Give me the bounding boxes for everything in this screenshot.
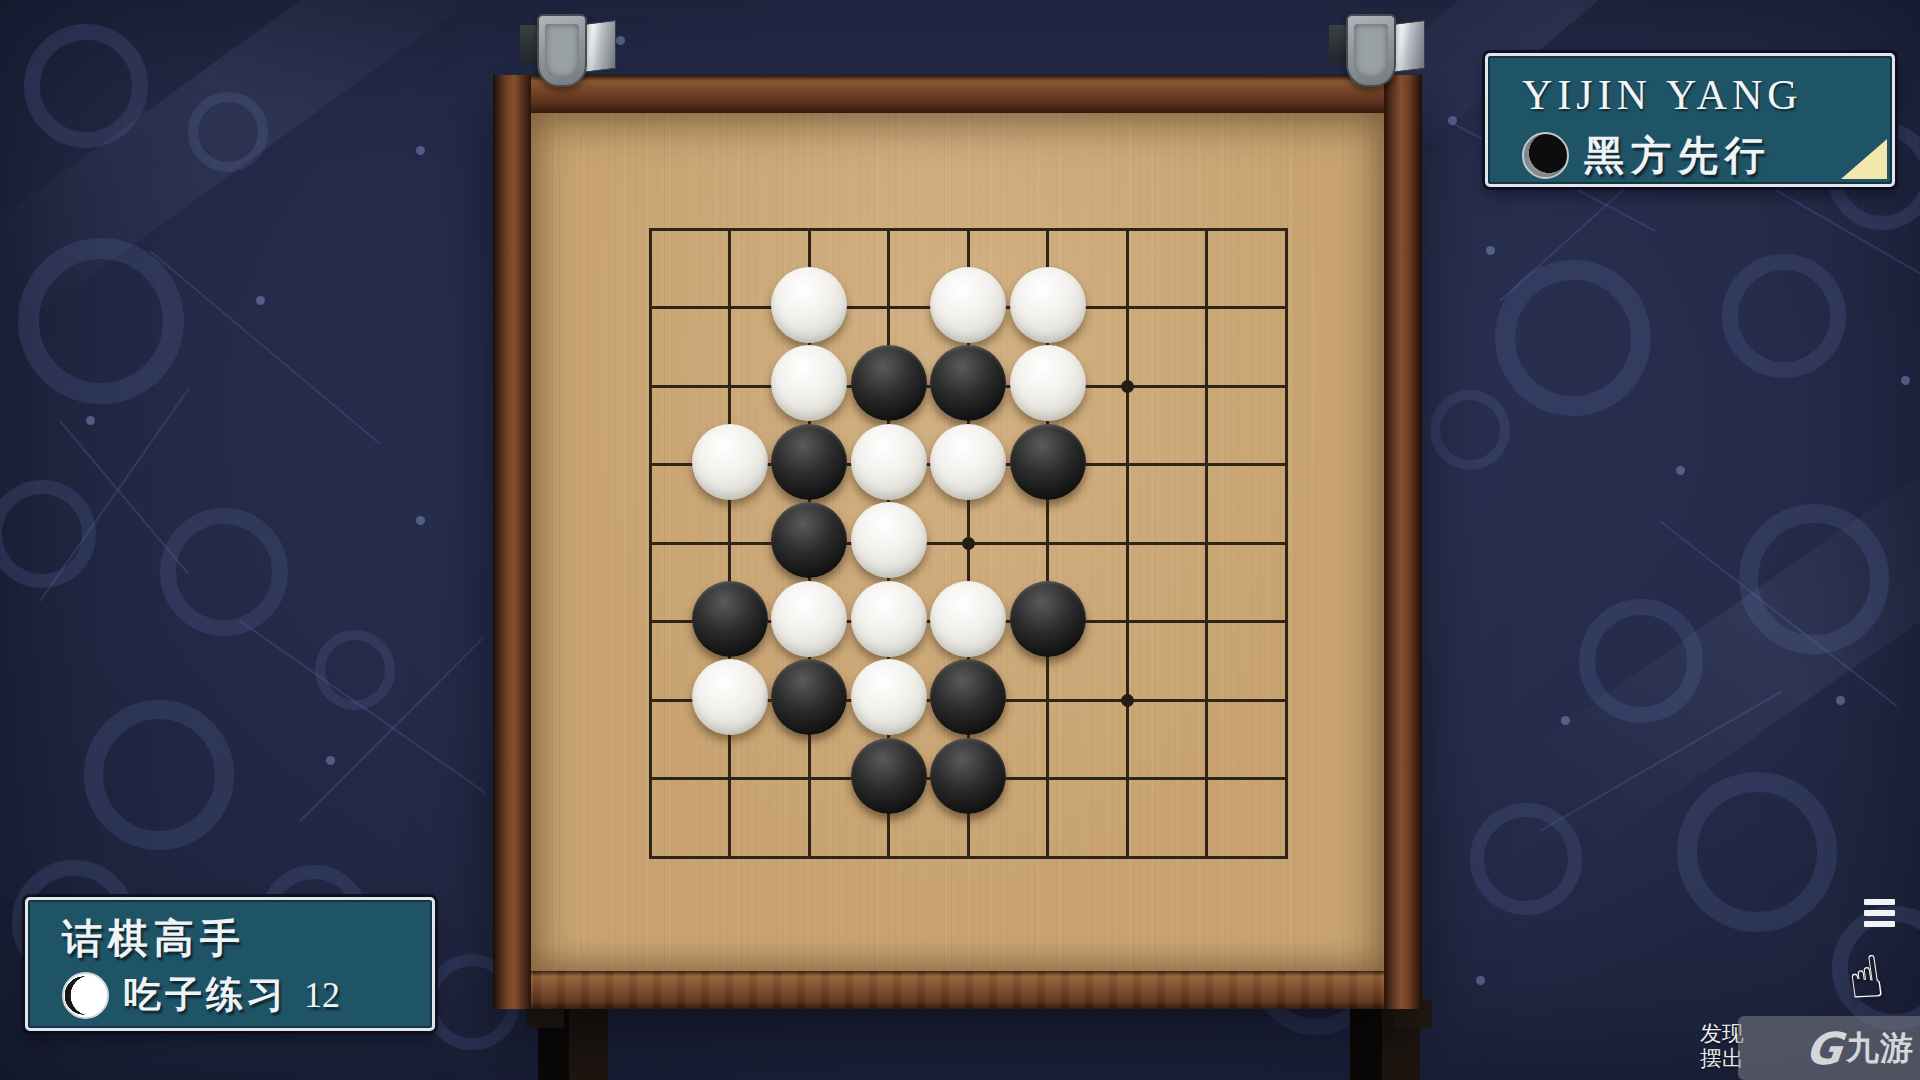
background-decoration — [1470, 803, 1582, 915]
background-decoration — [1561, 716, 1570, 725]
background-decoration — [59, 420, 189, 574]
black-stone — [1010, 581, 1086, 657]
background-decoration — [1677, 772, 1837, 932]
background-decoration — [1722, 254, 1846, 378]
background-decoration — [1526, 453, 1920, 850]
background-decoration — [149, 250, 380, 444]
background-decoration — [0, 480, 96, 588]
white-stone — [692, 659, 768, 735]
clamp-plate — [1346, 14, 1396, 87]
puzzle-panel: 诘棋高手 吃子练习 12 — [25, 897, 435, 1031]
background-decoration — [416, 146, 425, 155]
background-decoration — [0, 0, 499, 320]
black-stone — [1010, 424, 1086, 500]
board-frame-right — [1384, 75, 1422, 1009]
background-decoration — [1901, 376, 1910, 385]
background-decoration — [1760, 180, 1920, 292]
background-decoration — [160, 508, 288, 636]
grid-line — [1205, 228, 1208, 859]
white-stone-icon — [62, 972, 109, 1019]
black-stone — [930, 738, 1006, 814]
menu-button[interactable] — [1864, 899, 1895, 932]
white-stone — [771, 581, 847, 657]
background-decoration — [18, 238, 184, 404]
hoshi-point — [962, 537, 975, 550]
stand-leg-right — [1350, 1006, 1420, 1080]
watermark: G 九游 — [1738, 1016, 1920, 1080]
background-decoration — [1739, 504, 1889, 654]
background-decoration — [326, 756, 335, 765]
hamburger-icon — [1864, 899, 1895, 905]
white-stone — [771, 345, 847, 421]
turn-status: 黑方先行 — [1584, 128, 1772, 183]
background-decoration — [256, 296, 265, 305]
watermark-logo-icon: G — [1803, 1023, 1844, 1074]
background-decoration — [39, 387, 190, 601]
corner-triangle-icon — [1841, 139, 1887, 179]
player-title: YIJIN YANG — [1522, 70, 1892, 120]
clamp-left — [537, 14, 583, 83]
black-stone — [851, 345, 927, 421]
board-frame-left — [493, 75, 531, 1009]
background-decoration — [1579, 599, 1703, 723]
puzzle-subtitle: 吃子练习 — [124, 970, 288, 1020]
background-decoration — [24, 24, 148, 148]
watermark-text: 九游 — [1846, 1026, 1914, 1071]
black-stone — [771, 424, 847, 500]
player-panel[interactable]: YIJIN YANG 黑方先行 — [1485, 53, 1895, 187]
background-decoration — [1448, 116, 1457, 125]
board-frame-top — [493, 75, 1422, 113]
white-stone — [851, 502, 927, 578]
background-decoration — [1540, 690, 1783, 832]
background-decoration — [1676, 466, 1685, 475]
grid-line — [1126, 228, 1129, 859]
black-stone — [851, 738, 927, 814]
white-stone — [851, 581, 927, 657]
white-stone — [771, 267, 847, 343]
puzzle-number: 12 — [304, 974, 340, 1016]
black-stone — [771, 659, 847, 735]
white-stone — [1010, 345, 1086, 421]
black-stone — [771, 502, 847, 578]
white-stone — [930, 581, 1006, 657]
white-stone — [851, 659, 927, 735]
background-decoration — [239, 620, 486, 794]
clamp-right — [1346, 14, 1392, 83]
black-stone — [930, 659, 1006, 735]
white-stone — [930, 267, 1006, 343]
white-stone — [692, 424, 768, 500]
background-decoration — [86, 416, 95, 425]
grid-line — [649, 856, 1288, 859]
background-decoration — [188, 92, 268, 172]
white-stone — [851, 424, 927, 500]
background-decoration — [616, 36, 625, 45]
background-decoration — [299, 636, 484, 821]
board-frame-bottom — [493, 971, 1422, 1009]
black-stone-icon — [1522, 132, 1569, 179]
background-decoration — [315, 630, 395, 710]
white-stone — [930, 424, 1006, 500]
background-decoration — [1659, 520, 1897, 706]
background-decoration — [1430, 390, 1510, 470]
hand-pointer-icon: ☝ — [1843, 942, 1887, 1014]
go-board-surface[interactable] — [531, 113, 1384, 973]
background-decoration — [84, 700, 234, 850]
background-decoration — [1486, 246, 1495, 255]
clamp-plate — [537, 14, 587, 87]
hoshi-point — [1121, 694, 1134, 707]
grid-line — [1285, 228, 1288, 859]
background-decoration — [1836, 696, 1845, 705]
stand-leg-left — [538, 1006, 608, 1080]
black-stone — [692, 581, 768, 657]
white-stone — [1010, 267, 1086, 343]
puzzle-title: 诘棋高手 — [62, 914, 432, 962]
hoshi-point — [1121, 380, 1134, 393]
background-decoration — [1476, 976, 1485, 985]
background-decoration — [416, 516, 425, 525]
black-stone — [930, 345, 1006, 421]
background-decoration — [1495, 260, 1651, 416]
game-screen: YIJIN YANG 黑方先行 诘棋高手 吃子练习 12 ☝ 发现 摆出 G 九… — [0, 0, 1920, 1080]
